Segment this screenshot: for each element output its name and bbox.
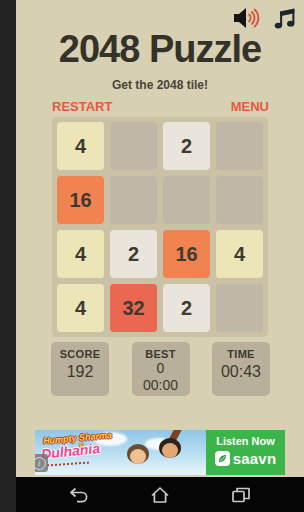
empty-cell xyxy=(163,176,210,224)
best-value: 0 xyxy=(132,361,190,377)
tile-4: 4 xyxy=(57,122,104,170)
empty-cell xyxy=(110,176,157,224)
tile-2: 2 xyxy=(163,284,210,332)
ad-poster: Humpty Sharma ki Dulhania i xyxy=(35,430,206,475)
scoreboard: SCORE 192 BEST 0 00:00 TIME 00:43 xyxy=(51,342,270,396)
android-navbar xyxy=(16,477,304,512)
ad-info-icon[interactable]: i xyxy=(35,454,48,472)
app-screen: 2048 Puzzle Get the 2048 tile! RESTART M… xyxy=(16,0,304,512)
page-title: 2048 Puzzle xyxy=(16,28,304,71)
tile-4: 4 xyxy=(57,230,104,278)
empty-cell xyxy=(216,122,263,170)
tile-32: 32 xyxy=(110,284,157,332)
ad-tagline-art xyxy=(47,462,89,467)
best-box: BEST 0 00:00 xyxy=(132,342,190,396)
score-value: 192 xyxy=(51,363,109,381)
tile-16: 16 xyxy=(163,230,210,278)
saavn-logo-icon xyxy=(215,451,230,466)
score-box: SCORE 192 xyxy=(51,342,109,396)
menu-button[interactable]: MENU xyxy=(231,99,269,114)
toolbar: RESTART MENU xyxy=(52,99,269,114)
time-label: TIME xyxy=(212,348,270,360)
ad-poster-people xyxy=(130,449,146,464)
page-subtitle: Get the 2048 tile! xyxy=(16,78,304,92)
back-button[interactable] xyxy=(68,484,90,506)
saavn-brand-name: saavn xyxy=(233,450,277,467)
home-button[interactable] xyxy=(149,484,171,506)
tile-2: 2 xyxy=(110,230,157,278)
empty-cell xyxy=(216,176,263,224)
tile-2: 2 xyxy=(163,122,210,170)
tile-4: 4 xyxy=(57,284,104,332)
empty-cell xyxy=(216,284,263,332)
board[interactable]: 4216421644322 xyxy=(52,117,268,337)
info-i-glyph: i xyxy=(35,457,46,470)
ad-poster-people xyxy=(162,443,178,458)
ad-banner[interactable]: Humpty Sharma ki Dulhania i Listen Now s… xyxy=(35,430,285,475)
best-time: 00:00 xyxy=(132,378,190,394)
score-label: SCORE xyxy=(51,348,109,360)
recent-apps-button[interactable] xyxy=(230,484,252,506)
ad-cta-panel[interactable]: Listen Now saavn xyxy=(206,430,285,475)
time-box: TIME 00:43 xyxy=(212,342,270,396)
tile-16: 16 xyxy=(57,176,104,224)
tile-4: 4 xyxy=(216,230,263,278)
listen-now-label: Listen Now xyxy=(206,435,285,447)
restart-button[interactable]: RESTART xyxy=(52,99,112,114)
time-value: 00:43 xyxy=(212,363,270,381)
empty-cell xyxy=(110,122,157,170)
speaker-volume-icon[interactable] xyxy=(233,6,261,30)
best-label: BEST xyxy=(132,348,190,360)
